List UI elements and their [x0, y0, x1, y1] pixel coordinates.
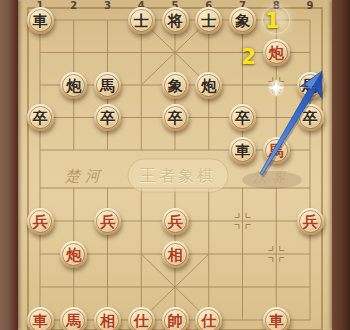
piece-black-advisor[interactable]: 士 — [195, 7, 222, 34]
piece-black-rook[interactable]: 車 — [27, 7, 54, 34]
piece-glyph: 炮 — [201, 78, 216, 93]
piece-glyph: 馬 — [303, 78, 318, 93]
piece-glyph: 帥 — [168, 313, 183, 328]
piece-black-soldier[interactable]: 卒 — [229, 104, 256, 131]
piece-glyph: 卒 — [33, 111, 48, 126]
piece-glyph: 卒 — [168, 111, 183, 126]
piece-glyph: 馬 — [269, 143, 284, 158]
piece-black-soldier[interactable]: 卒 — [27, 104, 54, 131]
piece-red-rook[interactable]: 車 — [27, 307, 54, 330]
piece-red-soldier[interactable]: 兵 — [94, 208, 121, 235]
piece-red-soldier[interactable]: 兵 — [27, 208, 54, 235]
piece-red-elephant[interactable]: 相 — [162, 241, 189, 268]
piece-red-rook[interactable]: 車 — [263, 307, 290, 330]
piece-black-cannon[interactable]: 炮 — [195, 72, 222, 99]
piece-grid[interactable]: 車士将士象炮炮馬象炮馬卒卒卒卒卒車馬兵兵兵兵炮相車馬相仕帥仕車 — [23, 4, 327, 330]
piece-black-king[interactable]: 将 — [162, 7, 189, 34]
piece-glyph: 相 — [168, 247, 183, 262]
piece-glyph: 車 — [269, 313, 284, 328]
piece-red-horse[interactable]: 馬 — [263, 137, 290, 164]
piece-glyph: 相 — [100, 313, 115, 328]
piece-black-advisor[interactable]: 士 — [128, 7, 155, 34]
piece-glyph: 車 — [33, 313, 48, 328]
piece-glyph: 馬 — [66, 313, 81, 328]
piece-red-horse[interactable]: 馬 — [60, 307, 87, 330]
piece-glyph: 卒 — [235, 111, 250, 126]
piece-glyph: 炮 — [269, 46, 284, 61]
piece-black-elephant[interactable]: 象 — [229, 7, 256, 34]
piece-red-king[interactable]: 帥 — [162, 307, 189, 330]
piece-red-cannon[interactable]: 炮 — [60, 241, 87, 268]
piece-black-soldier[interactable]: 卒 — [94, 104, 121, 131]
piece-glyph: 士 — [201, 13, 216, 28]
piece-glyph: 士 — [134, 13, 149, 28]
piece-black-horse[interactable]: 馬 — [94, 72, 121, 99]
right-wood-panel — [332, 0, 350, 330]
piece-glyph: 象 — [168, 78, 183, 93]
piece-glyph: 兵 — [100, 214, 115, 229]
piece-glyph: 卒 — [100, 111, 115, 126]
piece-red-soldier[interactable]: 兵 — [162, 208, 189, 235]
piece-glyph: 炮 — [66, 78, 81, 93]
piece-red-advisor[interactable]: 仕 — [128, 307, 155, 330]
piece-black-elephant[interactable]: 象 — [162, 72, 189, 99]
piece-black-rook[interactable]: 車 — [229, 137, 256, 164]
piece-glyph: 馬 — [100, 78, 115, 93]
piece-glyph: 車 — [33, 13, 48, 28]
piece-glyph: 兵 — [33, 214, 48, 229]
piece-glyph: 兵 — [303, 214, 318, 229]
piece-black-soldier[interactable]: 卒 — [162, 104, 189, 131]
piece-red-soldier[interactable]: 兵 — [297, 208, 324, 235]
piece-glyph: 仕 — [134, 313, 149, 328]
piece-red-advisor[interactable]: 仕 — [195, 307, 222, 330]
piece-black-cannon[interactable]: 炮 — [60, 72, 87, 99]
piece-glyph: 象 — [235, 13, 250, 28]
piece-black-soldier[interactable]: 卒 — [297, 104, 324, 131]
piece-glyph: 仕 — [201, 313, 216, 328]
piece-glyph: 兵 — [168, 214, 183, 229]
xiangqi-app-screenshot: 楚河 汉界 王者象棋 123456789 車士将士象炮炮馬象炮馬卒卒卒卒卒車馬兵… — [0, 0, 350, 330]
left-wood-panel — [0, 0, 18, 330]
piece-black-horse[interactable]: 馬 — [297, 72, 324, 99]
piece-glyph: 卒 — [303, 111, 318, 126]
piece-glyph: 炮 — [66, 247, 81, 262]
piece-red-elephant[interactable]: 相 — [94, 307, 121, 330]
piece-glyph: 将 — [168, 13, 183, 28]
piece-red-cannon[interactable]: 炮 — [263, 39, 290, 66]
piece-glyph: 車 — [235, 143, 250, 158]
